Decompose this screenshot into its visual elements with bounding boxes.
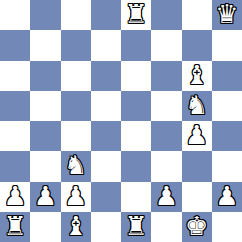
square-e4[interactable] — [121, 121, 151, 151]
square-f1[interactable] — [151, 212, 181, 242]
chess-board: ♜︎♛︎♝︎♞︎♟︎♞︎♟︎♟︎♟︎♟︎♟︎♜︎♝︎♜︎♚︎ — [0, 0, 242, 242]
square-c1[interactable]: ♝︎ — [61, 212, 91, 242]
square-d6[interactable] — [91, 61, 121, 91]
square-g5[interactable]: ♞︎ — [182, 91, 212, 121]
square-a5[interactable] — [0, 91, 30, 121]
square-d7[interactable] — [91, 30, 121, 60]
square-b7[interactable] — [30, 30, 60, 60]
square-f3[interactable] — [151, 151, 181, 181]
square-f6[interactable] — [151, 61, 181, 91]
square-g4[interactable]: ♟︎ — [182, 121, 212, 151]
piece-white-pawn[interactable]: ♟︎ — [34, 183, 57, 209]
square-b4[interactable] — [30, 121, 60, 151]
square-g7[interactable] — [182, 30, 212, 60]
square-g1[interactable]: ♚︎ — [182, 212, 212, 242]
piece-white-bishop[interactable]: ♝︎ — [185, 62, 208, 88]
square-f4[interactable] — [151, 121, 181, 151]
piece-white-pawn[interactable]: ♟︎ — [3, 183, 26, 209]
square-f7[interactable] — [151, 30, 181, 60]
square-c3[interactable]: ♞︎ — [61, 151, 91, 181]
square-g2[interactable] — [182, 182, 212, 212]
piece-white-pawn[interactable]: ♟︎ — [215, 183, 238, 209]
square-c2[interactable]: ♟︎ — [61, 182, 91, 212]
square-b5[interactable] — [30, 91, 60, 121]
square-h3[interactable] — [212, 151, 242, 181]
square-d5[interactable] — [91, 91, 121, 121]
square-e3[interactable] — [121, 151, 151, 181]
square-b1[interactable] — [30, 212, 60, 242]
square-b6[interactable] — [30, 61, 60, 91]
piece-white-rook[interactable]: ♜︎ — [124, 1, 147, 27]
piece-white-queen[interactable]: ♛︎ — [215, 1, 238, 27]
piece-white-rook[interactable]: ♜︎ — [3, 213, 26, 239]
square-h5[interactable] — [212, 91, 242, 121]
square-d8[interactable] — [91, 0, 121, 30]
square-e2[interactable] — [121, 182, 151, 212]
square-h1[interactable] — [212, 212, 242, 242]
square-c5[interactable] — [61, 91, 91, 121]
square-h2[interactable]: ♟︎ — [212, 182, 242, 212]
square-c7[interactable] — [61, 30, 91, 60]
square-d1[interactable] — [91, 212, 121, 242]
square-h7[interactable] — [212, 30, 242, 60]
square-b3[interactable] — [30, 151, 60, 181]
piece-white-knight[interactable]: ♞︎ — [185, 92, 208, 118]
square-g8[interactable] — [182, 0, 212, 30]
square-c6[interactable] — [61, 61, 91, 91]
square-d4[interactable] — [91, 121, 121, 151]
square-b8[interactable] — [30, 0, 60, 30]
square-a7[interactable] — [0, 30, 30, 60]
square-c8[interactable] — [61, 0, 91, 30]
square-h4[interactable] — [212, 121, 242, 151]
square-e5[interactable] — [121, 91, 151, 121]
square-a6[interactable] — [0, 61, 30, 91]
square-g6[interactable]: ♝︎ — [182, 61, 212, 91]
piece-white-knight[interactable]: ♞︎ — [64, 152, 87, 178]
piece-white-pawn[interactable]: ♟︎ — [155, 183, 178, 209]
square-e1[interactable]: ♜︎ — [121, 212, 151, 242]
square-a1[interactable]: ♜︎ — [0, 212, 30, 242]
square-f5[interactable] — [151, 91, 181, 121]
piece-white-bishop[interactable]: ♝︎ — [64, 213, 87, 239]
piece-white-rook[interactable]: ♜︎ — [124, 213, 147, 239]
square-a8[interactable] — [0, 0, 30, 30]
square-b2[interactable]: ♟︎ — [30, 182, 60, 212]
square-h6[interactable] — [212, 61, 242, 91]
square-c4[interactable] — [61, 121, 91, 151]
square-d3[interactable] — [91, 151, 121, 181]
square-a4[interactable] — [0, 121, 30, 151]
square-f8[interactable] — [151, 0, 181, 30]
piece-white-king[interactable]: ♚︎ — [185, 213, 208, 239]
square-a3[interactable] — [0, 151, 30, 181]
square-d2[interactable] — [91, 182, 121, 212]
square-e6[interactable] — [121, 61, 151, 91]
square-a2[interactable]: ♟︎ — [0, 182, 30, 212]
piece-white-pawn[interactable]: ♟︎ — [185, 122, 208, 148]
square-e8[interactable]: ♜︎ — [121, 0, 151, 30]
square-e7[interactable] — [121, 30, 151, 60]
square-g3[interactable] — [182, 151, 212, 181]
piece-white-pawn[interactable]: ♟︎ — [64, 183, 87, 209]
square-f2[interactable]: ♟︎ — [151, 182, 181, 212]
square-h8[interactable]: ♛︎ — [212, 0, 242, 30]
